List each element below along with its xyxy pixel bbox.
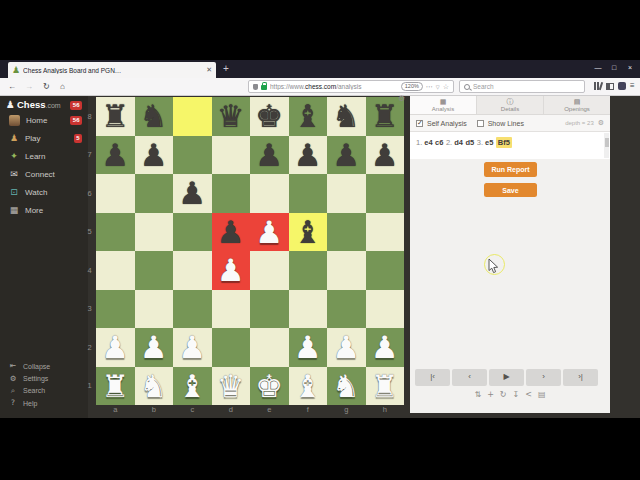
tab-close-icon[interactable]: ✕ xyxy=(206,66,212,74)
rank-label-5: 5 xyxy=(85,213,94,252)
add-icon[interactable]: + xyxy=(487,390,494,400)
square-g2[interactable]: ♟ xyxy=(327,328,366,367)
square-a4[interactable] xyxy=(96,251,135,290)
file-label-e: e xyxy=(250,405,289,415)
square-h6[interactable] xyxy=(366,174,405,213)
square-b3[interactable] xyxy=(135,290,174,329)
home-button[interactable]: ⌂ xyxy=(60,81,65,93)
analysis-controls: Self Analysis Show Lines depth = 23 ⚙ xyxy=(410,115,610,132)
move-c6[interactable]: c6 xyxy=(435,138,443,147)
white-rook[interactable]: ♜ xyxy=(96,367,135,406)
sidebar-footer-collapse[interactable]: ⇤Collapse xyxy=(0,360,88,372)
square-d5[interactable]: ♟ xyxy=(212,213,251,252)
openings-icon: ▤ xyxy=(544,98,610,106)
new-tab-button[interactable]: + xyxy=(223,62,229,76)
sidebar-item-play[interactable]: ♟Play5 xyxy=(0,129,88,147)
sidebar-footer-search[interactable]: ⌕Search xyxy=(0,385,88,397)
tab-openings[interactable]: ▤Openings xyxy=(544,96,610,114)
pocket-icon[interactable]: ▽ xyxy=(436,84,440,90)
tracking-shield-icon xyxy=(253,84,258,90)
white-bishop[interactable]: ♝ xyxy=(173,367,212,406)
browser-tab[interactable]: ♟ Chess Analysis Board and PGN… ✕ xyxy=(8,62,216,78)
square-c3[interactable] xyxy=(173,290,212,329)
move-number: 2. xyxy=(446,138,452,147)
move-e5[interactable]: e5 xyxy=(485,138,493,147)
search-icon xyxy=(464,84,470,90)
square-g5[interactable] xyxy=(327,213,366,252)
details-icon: ⓘ xyxy=(477,98,543,106)
square-a1[interactable]: ♜ xyxy=(96,367,135,406)
help-icon: ? xyxy=(8,399,18,407)
show-lines-checkbox[interactable] xyxy=(477,120,484,127)
watch-icon: ⊡ xyxy=(8,188,20,197)
rank-label-8: 8 xyxy=(85,97,94,136)
page-content: ♟ Chess.com 56 Home56♟Play5✦Learn✉Connec… xyxy=(0,96,640,418)
black-queen[interactable]: ♛ xyxy=(212,97,251,136)
move-Bf5[interactable]: Bf5 xyxy=(496,137,512,148)
square-e3[interactable] xyxy=(250,290,289,329)
black-pawn[interactable]: ♟ xyxy=(212,213,251,252)
square-b8[interactable]: ♞ xyxy=(135,97,174,136)
library-icon[interactable] xyxy=(594,82,602,90)
square-a8[interactable]: ♜ xyxy=(96,97,135,136)
square-b2[interactable]: ♟ xyxy=(135,328,174,367)
black-pawn[interactable]: ♟ xyxy=(135,136,174,175)
square-h2[interactable]: ♟ xyxy=(366,328,405,367)
file-label-d: d xyxy=(212,405,251,415)
square-h4[interactable] xyxy=(366,251,405,290)
window-maximize-button[interactable]: □ xyxy=(606,60,622,75)
square-d4[interactable]: ♟ xyxy=(212,251,251,290)
black-bishop[interactable]: ♝ xyxy=(289,213,328,252)
sidebar-item-label: Play xyxy=(25,134,41,143)
square-g8[interactable]: ♞ xyxy=(327,97,366,136)
square-h1[interactable]: ♜ xyxy=(366,367,405,406)
rank-label-7: 7 xyxy=(85,136,94,175)
square-g6[interactable] xyxy=(327,174,366,213)
reset-icon[interactable]: ↻ xyxy=(500,390,507,400)
square-d2[interactable] xyxy=(212,328,251,367)
square-c7[interactable] xyxy=(173,136,212,175)
menu-icon[interactable]: ≡ xyxy=(630,81,635,90)
square-e4[interactable] xyxy=(250,251,289,290)
play-moves-button[interactable]: ▶ xyxy=(489,369,524,386)
move-number: 3. xyxy=(477,138,483,147)
go-to-start-button[interactable]: |‹ xyxy=(415,369,450,386)
play-badge: 5 xyxy=(74,134,82,143)
sidebar-item-more[interactable]: ▦More xyxy=(0,201,88,219)
black-rook[interactable]: ♜ xyxy=(96,97,135,136)
square-f8[interactable]: ♝ xyxy=(289,97,328,136)
sidebar-item-label: Learn xyxy=(25,152,45,161)
black-knight[interactable]: ♞ xyxy=(327,97,366,136)
move-e4[interactable]: e4 xyxy=(424,138,432,147)
browser-toolbar: ← → ↻ ⌂ https://www.chess.com/analysis 1… xyxy=(0,78,640,96)
search-placeholder: Search xyxy=(473,83,494,90)
sidebar-footer-label: Collapse xyxy=(23,363,50,370)
rank-label-6: 6 xyxy=(85,174,94,213)
sidebar-item-label: More xyxy=(25,206,43,215)
sidebar-item-home[interactable]: Home56 xyxy=(0,111,88,129)
black-pawn[interactable]: ♟ xyxy=(366,136,405,175)
board-settings-icon[interactable]: ⚙ xyxy=(398,94,405,103)
black-pawn[interactable]: ♟ xyxy=(173,174,212,213)
go-to-end-button[interactable]: ›| xyxy=(563,369,598,386)
tab-analysis[interactable]: ▦Analysis xyxy=(410,96,477,114)
square-b6[interactable] xyxy=(135,174,174,213)
sidebars-icon[interactable] xyxy=(606,83,614,90)
black-bishop[interactable]: ♝ xyxy=(289,97,328,136)
tab-label: Details xyxy=(477,106,543,112)
https-padlock-icon xyxy=(261,85,267,90)
file-label-g: g xyxy=(327,405,366,415)
white-rook[interactable]: ♜ xyxy=(366,367,405,406)
square-a3[interactable] xyxy=(96,290,135,329)
black-knight[interactable]: ♞ xyxy=(135,97,174,136)
square-h3[interactable] xyxy=(366,290,405,329)
search-icon: ⌕ xyxy=(8,387,18,395)
notification-badge: 56 xyxy=(70,101,82,110)
board-editor-icon[interactable]: ▤ xyxy=(538,390,546,400)
white-pawn[interactable]: ♟ xyxy=(327,328,366,367)
move-list: 1.e4c62.d4d53.e5Bf5 xyxy=(410,132,610,159)
white-pawn[interactable]: ♟ xyxy=(173,328,212,367)
square-c2[interactable]: ♟ xyxy=(173,328,212,367)
self-analysis-checkbox[interactable] xyxy=(416,120,423,127)
show-lines-label: Show Lines xyxy=(488,120,524,127)
screen: ♟ Chess Analysis Board and PGN… ✕ + — □ … xyxy=(0,0,640,480)
rank-label-1: 1 xyxy=(85,367,94,406)
settings-icon: ⚙ xyxy=(8,375,18,383)
white-pawn[interactable]: ♟ xyxy=(135,328,174,367)
black-pawn[interactable]: ♟ xyxy=(327,136,366,175)
play-icon: ♟ xyxy=(8,134,20,143)
square-d6[interactable] xyxy=(212,174,251,213)
board: ♜♞♛♚♝♞♜♟♟♟♟♟♟♟♟♟♝♟♟♟♟♟♟♟♜♞♝♛♚♝♞♜ xyxy=(96,97,404,405)
move-list-scrollbar[interactable] xyxy=(604,133,609,158)
sidebar: ♟ Chess.com 56 Home56♟Play5✦Learn✉Connec… xyxy=(0,96,88,418)
file-label-h: h xyxy=(366,405,405,415)
search-bar[interactable]: Search xyxy=(459,80,585,93)
page-actions-icon[interactable]: ⋯ xyxy=(426,83,433,91)
square-e5[interactable]: ♟ xyxy=(250,213,289,252)
square-h7[interactable]: ♟ xyxy=(366,136,405,175)
rank-label-2: 2 xyxy=(85,328,94,367)
square-b4[interactable] xyxy=(135,251,174,290)
file-label-a: a xyxy=(96,405,135,415)
square-e7[interactable]: ♟ xyxy=(250,136,289,175)
rank-label-3: 3 xyxy=(85,290,94,329)
white-queen[interactable]: ♛ xyxy=(212,367,251,406)
chesscom-logo-text: Chess.com xyxy=(17,100,61,110)
rank-label-4: 4 xyxy=(85,251,94,290)
square-g1[interactable]: ♞ xyxy=(327,367,366,406)
black-king[interactable]: ♚ xyxy=(250,97,289,136)
square-g3[interactable] xyxy=(327,290,366,329)
sidebar-item-label: Home xyxy=(26,116,47,125)
self-analysis-label: Self Analysis xyxy=(427,120,467,127)
file-label-b: b xyxy=(135,405,174,415)
previous-move-button[interactable]: ‹ xyxy=(452,369,487,386)
square-e1[interactable]: ♚ xyxy=(250,367,289,406)
square-a5[interactable] xyxy=(96,213,135,252)
scrollbar-thumb[interactable] xyxy=(605,138,609,147)
square-f5[interactable]: ♝ xyxy=(289,213,328,252)
run-report-button[interactable]: Run Report xyxy=(484,162,537,177)
sidebar-item-learn[interactable]: ✦Learn xyxy=(0,147,88,165)
window-close-button[interactable]: × xyxy=(622,60,638,75)
chesscom-pawn-icon: ♟ xyxy=(6,100,15,110)
sidebar-footer-label: Help xyxy=(23,400,37,407)
square-c8[interactable] xyxy=(173,97,212,136)
square-b7[interactable]: ♟ xyxy=(135,136,174,175)
square-c4[interactable] xyxy=(173,251,212,290)
forward-button[interactable]: → xyxy=(25,81,33,93)
square-e2[interactable] xyxy=(250,328,289,367)
white-knight[interactable]: ♞ xyxy=(327,367,366,406)
sidebar-footer-label: Search xyxy=(23,387,45,394)
tab-details[interactable]: ⓘDetails xyxy=(477,96,544,114)
square-c1[interactable]: ♝ xyxy=(173,367,212,406)
reload-button[interactable]: ↻ xyxy=(43,81,50,93)
square-e6[interactable] xyxy=(250,174,289,213)
square-f4[interactable] xyxy=(289,251,328,290)
browser-window: ♟ Chess Analysis Board and PGN… ✕ + — □ … xyxy=(0,60,640,418)
letterbox-top xyxy=(0,0,640,60)
square-f3[interactable] xyxy=(289,290,328,329)
sidebar-footer-label: Settings xyxy=(23,375,48,382)
square-d1[interactable]: ♛ xyxy=(212,367,251,406)
white-pawn[interactable]: ♟ xyxy=(250,213,289,252)
black-pawn[interactable]: ♟ xyxy=(289,136,328,175)
white-pawn[interactable]: ♟ xyxy=(289,328,328,367)
tab-label: Openings xyxy=(544,106,610,112)
avatar xyxy=(9,115,20,126)
white-king[interactable]: ♚ xyxy=(250,367,289,406)
square-c5[interactable] xyxy=(173,213,212,252)
connect-icon: ✉ xyxy=(8,170,20,179)
file-label-f: f xyxy=(289,405,328,415)
depth-indicator: depth = 23 xyxy=(565,120,594,126)
square-e8[interactable]: ♚ xyxy=(250,97,289,136)
white-pawn[interactable]: ♟ xyxy=(96,328,135,367)
engine-settings-icon[interactable]: ⚙ xyxy=(598,119,604,127)
square-h5[interactable] xyxy=(366,213,405,252)
download-icon[interactable]: ↧ xyxy=(513,390,520,400)
square-f2[interactable]: ♟ xyxy=(289,328,328,367)
white-knight[interactable]: ♞ xyxy=(135,367,174,406)
white-pawn[interactable]: ♟ xyxy=(366,328,405,367)
square-d3[interactable] xyxy=(212,290,251,329)
file-label-c: c xyxy=(173,405,212,415)
save-button[interactable]: Save xyxy=(484,183,537,197)
analysis-panel: ▦AnalysisⓘDetails▤Openings Self Analysis… xyxy=(410,96,610,413)
sidebar-footer-settings[interactable]: ⚙Settings xyxy=(0,372,88,384)
bookmark-star-icon[interactable]: ☆ xyxy=(443,83,449,91)
sidebar-footer-help[interactable]: ?Help xyxy=(0,397,88,409)
square-d7[interactable] xyxy=(212,136,251,175)
black-pawn[interactable]: ♟ xyxy=(96,136,135,175)
tab-label: Analysis xyxy=(410,106,476,112)
move-d4[interactable]: d4 xyxy=(454,138,463,147)
flip-board-icon[interactable]: ⇅ xyxy=(474,390,481,400)
square-a2[interactable]: ♟ xyxy=(96,328,135,367)
sidebar-item-label: Watch xyxy=(25,188,47,197)
window-controls: — □ × xyxy=(590,60,638,75)
learn-icon: ✦ xyxy=(8,152,20,161)
address-bar[interactable]: https://www.chess.com/analysis 120% ⋯ ▽ … xyxy=(248,80,454,93)
square-g4[interactable] xyxy=(327,251,366,290)
black-pawn[interactable]: ♟ xyxy=(250,136,289,175)
zoom-level-badge[interactable]: 120% xyxy=(401,82,423,91)
sidebar-item-label: Connect xyxy=(25,170,55,179)
move-number: 1. xyxy=(416,138,422,147)
square-a7[interactable]: ♟ xyxy=(96,136,135,175)
back-button[interactable]: ← xyxy=(8,81,16,93)
home-badge: 56 xyxy=(70,116,82,125)
browser-tab-bar: ♟ Chess Analysis Board and PGN… ✕ + — □ … xyxy=(0,60,640,78)
chesscom-favicon-icon: ♟ xyxy=(12,66,20,75)
sidebar-item-watch[interactable]: ⊡Watch xyxy=(0,183,88,201)
sidebar-item-connect[interactable]: ✉Connect xyxy=(0,165,88,183)
letterbox-bottom xyxy=(0,418,640,480)
square-a6[interactable] xyxy=(96,174,135,213)
window-minimize-button[interactable]: — xyxy=(590,60,606,75)
analysis-icon: ▦ xyxy=(410,98,476,106)
square-f1[interactable]: ♝ xyxy=(289,367,328,406)
move-d5[interactable]: d5 xyxy=(465,138,474,147)
square-b1[interactable]: ♞ xyxy=(135,367,174,406)
tab-title: Chess Analysis Board and PGN… xyxy=(23,67,203,74)
square-c6[interactable]: ♟ xyxy=(173,174,212,213)
square-d8[interactable]: ♛ xyxy=(212,97,251,136)
collapse-icon: ⇤ xyxy=(8,362,18,370)
white-pawn[interactable]: ♟ xyxy=(212,251,251,290)
square-f6[interactable] xyxy=(289,174,328,213)
page-url: https://www.chess.com/analysis xyxy=(270,83,398,90)
share-icon[interactable]: < xyxy=(525,390,532,400)
white-bishop[interactable]: ♝ xyxy=(289,367,328,406)
square-g7[interactable]: ♟ xyxy=(327,136,366,175)
square-f7[interactable]: ♟ xyxy=(289,136,328,175)
next-move-button[interactable]: › xyxy=(526,369,561,386)
square-b5[interactable] xyxy=(135,213,174,252)
extension-icon[interactable] xyxy=(618,82,626,90)
more-icon: ▦ xyxy=(8,206,20,215)
mouse-cursor xyxy=(488,258,500,275)
